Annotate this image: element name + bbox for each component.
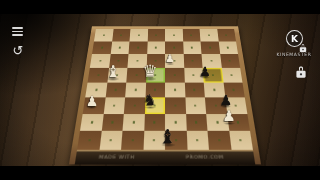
square-g7[interactable]	[201, 41, 220, 54]
square-c3[interactable]	[124, 98, 145, 114]
app-screen: MADE WITH PROMO.COM ♟♝♛♟♟♞♟♟♝ ↺ K KINEMA…	[0, 0, 320, 180]
square-c8[interactable]	[129, 29, 147, 41]
square-d7[interactable]	[147, 41, 165, 54]
piece-white-queen-d5[interactable]: ♛	[142, 63, 157, 80]
piece-black-knight-d3[interactable]: ♞	[143, 93, 156, 108]
square-g8[interactable]	[200, 29, 219, 41]
square-a1[interactable]	[77, 131, 101, 150]
piece-black-pawn-g5[interactable]: ♟	[199, 65, 211, 78]
piece-black-pawn-h3[interactable]: ♟	[220, 93, 233, 107]
square-b1[interactable]	[99, 131, 122, 150]
screen-lock-icon[interactable]	[296, 66, 305, 78]
letterbox-bottom	[0, 166, 320, 180]
piece-white-pawn-h2[interactable]: ♟	[222, 109, 235, 124]
square-b4[interactable]	[105, 82, 126, 97]
frame-right-text: PROMO.COM	[186, 154, 224, 160]
piece-black-bishop-e1[interactable]: ♝	[159, 127, 176, 146]
square-f3[interactable]	[185, 98, 206, 114]
square-e4[interactable]	[165, 82, 185, 97]
square-f1[interactable]	[186, 131, 209, 150]
square-h7[interactable]	[218, 41, 238, 54]
square-g1[interactable]	[208, 131, 231, 150]
square-h5[interactable]	[221, 68, 242, 82]
square-f4[interactable]	[184, 82, 205, 97]
square-c1[interactable]	[121, 131, 144, 150]
undo-rotate-icon: ↺	[13, 43, 24, 58]
square-f7[interactable]	[183, 41, 202, 54]
kinemaster-watermark-text: KINEMASTER	[270, 52, 318, 57]
undo-button[interactable]: ↺	[11, 44, 25, 58]
square-e8[interactable]	[165, 29, 183, 41]
letterbox-top	[0, 0, 320, 14]
piece-white-bishop-b5[interactable]: ♝	[106, 64, 120, 80]
square-b3[interactable]	[103, 98, 125, 114]
menu-button[interactable]	[12, 27, 23, 36]
frame-left-text: MADE WITH	[99, 154, 135, 160]
watermark-lock-icon	[300, 44, 306, 52]
board-frame-bottom: MADE WITH PROMO.COM	[75, 150, 255, 165]
square-e5[interactable]	[165, 68, 184, 82]
square-c2[interactable]	[122, 114, 144, 131]
square-a2[interactable]	[80, 114, 103, 131]
square-h1[interactable]	[229, 131, 253, 150]
square-a8[interactable]	[94, 29, 113, 41]
square-f8[interactable]	[182, 29, 200, 41]
square-d8[interactable]	[147, 29, 165, 41]
hamburger-menu-icon	[12, 27, 23, 29]
piece-white-pawn-a3[interactable]: ♟	[86, 94, 99, 108]
square-b7[interactable]	[110, 41, 129, 54]
square-f2[interactable]	[186, 114, 208, 131]
square-a7[interactable]	[92, 41, 112, 54]
square-b8[interactable]	[112, 29, 131, 41]
square-c7[interactable]	[128, 41, 147, 54]
square-h8[interactable]	[217, 29, 236, 41]
piece-white-pawn-e6[interactable]: ♟	[165, 53, 175, 64]
square-h6[interactable]	[220, 54, 240, 68]
square-e3[interactable]	[165, 98, 186, 114]
square-b2[interactable]	[101, 114, 124, 131]
